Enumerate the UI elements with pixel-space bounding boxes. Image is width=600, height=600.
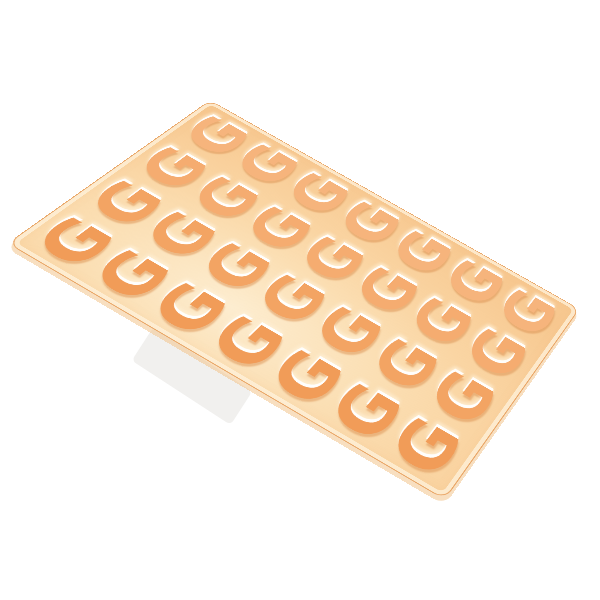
product-photo-canvas: GGGGGGGGGGGGGGGGGGGGGGGGGGGG xyxy=(0,0,600,600)
mold-tray: GGGGGGGGGGGGGGGGGGGGGGGGGGGG xyxy=(7,100,580,500)
cavity-grid: GGGGGGGGGGGGGGGGGGGGGGGGGGGG xyxy=(23,107,569,488)
